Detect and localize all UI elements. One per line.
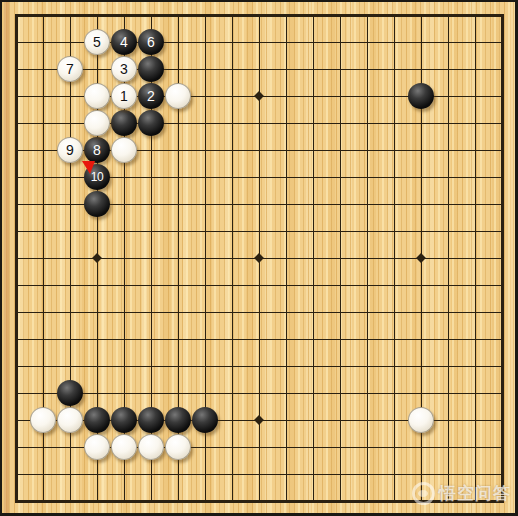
wood-grain-stripe (4, 0, 9, 516)
move-number: 6 (147, 35, 155, 49)
stone-white-E14[interactable] (111, 137, 137, 163)
stone-white-G3[interactable] (165, 434, 191, 460)
grid-line-horizontal (15, 474, 504, 475)
grid-line-vertical (313, 14, 314, 503)
stone-white-F3[interactable] (138, 434, 164, 460)
stone-white-D3[interactable] (84, 434, 110, 460)
stone-black-G4[interactable] (165, 407, 191, 433)
stone-white-D18[interactable]: 5 (84, 29, 110, 55)
move-number: 1 (120, 89, 128, 103)
move-number: 10 (91, 171, 103, 183)
stone-black-F15[interactable] (138, 110, 164, 136)
grid-line-horizontal (15, 500, 504, 503)
stone-black-D4[interactable] (84, 407, 110, 433)
stone-black-F16[interactable]: 2 (138, 83, 164, 109)
grid-line-vertical (501, 14, 504, 503)
star-point (92, 253, 102, 263)
move-number: 2 (147, 89, 155, 103)
stone-white-Q4[interactable] (408, 407, 434, 433)
stone-white-G16[interactable] (165, 83, 191, 109)
stone-white-E17[interactable]: 3 (111, 56, 137, 82)
grid-line-vertical (286, 14, 287, 503)
stone-black-E18[interactable]: 4 (111, 29, 137, 55)
grid-line-vertical (475, 14, 476, 503)
stone-black-D14[interactable]: 8 (84, 137, 110, 163)
stone-black-F18[interactable]: 6 (138, 29, 164, 55)
move-number: 4 (120, 35, 128, 49)
star-point (254, 91, 264, 101)
stone-white-C17[interactable]: 7 (57, 56, 83, 82)
grid-line-vertical (367, 14, 368, 503)
grid-line-vertical (448, 14, 449, 503)
stone-white-C14[interactable]: 9 (57, 137, 83, 163)
go-diagram-screenshot: 46281057319 悟空问答 (0, 0, 518, 516)
grid-line-vertical (394, 14, 395, 503)
grid-line-horizontal (15, 285, 504, 286)
star-point (254, 253, 264, 263)
grid-line-vertical (340, 14, 341, 503)
stone-black-E4[interactable] (111, 407, 137, 433)
stone-black-F17[interactable] (138, 56, 164, 82)
stone-white-E3[interactable] (111, 434, 137, 460)
stone-black-D12[interactable] (84, 191, 110, 217)
grid-line-horizontal (15, 393, 504, 394)
stone-black-H4[interactable] (192, 407, 218, 433)
stone-white-B4[interactable] (30, 407, 56, 433)
stone-black-F4[interactable] (138, 407, 164, 433)
star-point (416, 253, 426, 263)
move-number: 3 (120, 62, 128, 76)
move-number: 8 (93, 143, 101, 157)
stone-black-C5[interactable] (57, 380, 83, 406)
move-number: 7 (66, 62, 74, 76)
move-number: 5 (93, 35, 101, 49)
stone-white-E16[interactable]: 1 (111, 83, 137, 109)
stone-white-C4[interactable] (57, 407, 83, 433)
grid-line-horizontal (15, 366, 504, 367)
stone-white-D15[interactable] (84, 110, 110, 136)
move-number: 9 (66, 143, 74, 157)
star-point (254, 415, 264, 425)
stone-black-Q16[interactable] (408, 83, 434, 109)
grid-line-horizontal (15, 339, 504, 340)
grid-line-horizontal (15, 312, 504, 313)
stone-white-D16[interactable] (84, 83, 110, 109)
stone-black-E15[interactable] (111, 110, 137, 136)
